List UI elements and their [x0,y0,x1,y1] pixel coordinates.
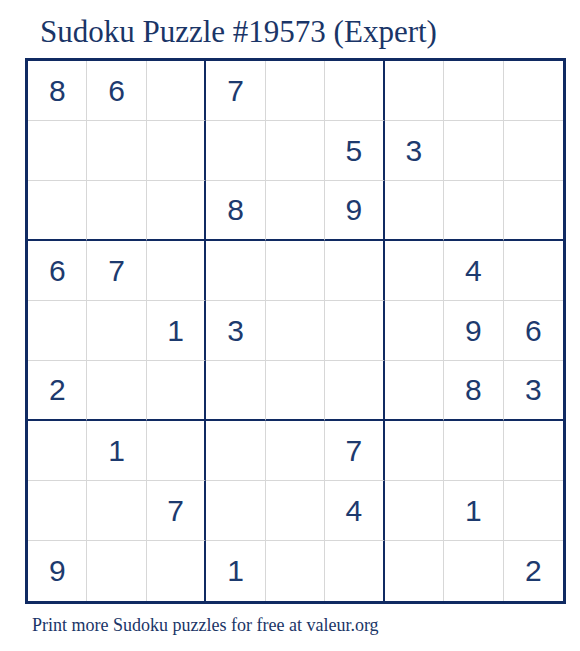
cell-r9c1: 9 [28,541,87,601]
cell-r6c7 [385,361,444,421]
cell-r3c5 [266,181,325,241]
given-digit: 1 [227,556,244,586]
cell-r1c8 [444,61,503,121]
cell-r2c7: 3 [385,121,444,181]
given-digit: 1 [167,316,184,346]
cell-r8c5 [266,481,325,541]
cell-r4c4 [206,241,265,301]
given-digit: 8 [49,76,66,106]
cell-r4c1: 6 [28,241,87,301]
cell-r5c5 [266,301,325,361]
cell-r2c4 [206,121,265,181]
cell-r3c9 [504,181,563,241]
cell-r5c2 [87,301,146,361]
cell-r2c5 [266,121,325,181]
cell-r6c6 [325,361,384,421]
given-digit: 9 [346,195,363,225]
given-digit: 2 [49,375,66,405]
cell-r2c3 [147,121,206,181]
cell-r1c4: 7 [206,61,265,121]
puzzle-title: Sudoku Puzzle #19573 (Expert) [40,14,437,50]
cell-r6c5 [266,361,325,421]
cell-r9c4: 1 [206,541,265,601]
cell-r2c6: 5 [325,121,384,181]
cell-r7c8 [444,421,503,481]
given-digit: 7 [227,76,244,106]
cell-r3c6: 9 [325,181,384,241]
cell-r8c4 [206,481,265,541]
cell-r6c1: 2 [28,361,87,421]
cell-r7c5 [266,421,325,481]
cell-r6c8: 8 [444,361,503,421]
cell-r5c3: 1 [147,301,206,361]
cell-r4c2: 7 [87,241,146,301]
cell-r7c1 [28,421,87,481]
cell-r8c3: 7 [147,481,206,541]
cell-r4c9 [504,241,563,301]
cell-r7c4 [206,421,265,481]
cell-r6c4 [206,361,265,421]
cell-r3c8 [444,181,503,241]
given-digit: 3 [525,375,542,405]
cell-r4c3 [147,241,206,301]
given-digit: 7 [167,496,184,526]
cell-r5c1 [28,301,87,361]
cell-r8c8: 1 [444,481,503,541]
given-digit: 9 [49,556,66,586]
cell-r5c9: 6 [504,301,563,361]
given-digit: 5 [346,136,363,166]
cell-r1c5 [266,61,325,121]
cell-r5c7 [385,301,444,361]
given-digit: 2 [525,556,542,586]
cell-r3c3 [147,181,206,241]
given-digit: 6 [525,316,542,346]
cell-r2c1 [28,121,87,181]
cell-r7c9 [504,421,563,481]
cell-r4c8: 4 [444,241,503,301]
cell-r2c2 [87,121,146,181]
cell-r9c5 [266,541,325,601]
cell-r1c7 [385,61,444,121]
cell-r9c8 [444,541,503,601]
cell-r1c2: 6 [87,61,146,121]
cell-r5c6 [325,301,384,361]
cell-r7c2: 1 [87,421,146,481]
cell-r3c1 [28,181,87,241]
cell-r4c5 [266,241,325,301]
sudoku-board: 8675389674139628317741912 [25,58,566,604]
given-digit: 8 [465,375,482,405]
given-digit: 4 [465,256,482,286]
given-digit: 3 [227,316,244,346]
given-digit: 4 [346,496,363,526]
given-digit: 7 [108,256,125,286]
cell-r2c8 [444,121,503,181]
cell-r8c6: 4 [325,481,384,541]
cell-r1c9 [504,61,563,121]
cell-r7c3 [147,421,206,481]
cell-r3c4: 8 [206,181,265,241]
given-digit: 7 [346,436,363,466]
cell-r7c7 [385,421,444,481]
cell-r5c4: 3 [206,301,265,361]
cell-r3c2 [87,181,146,241]
cell-r8c2 [87,481,146,541]
cell-r4c7 [385,241,444,301]
given-digit: 1 [465,496,482,526]
cell-r9c2 [87,541,146,601]
given-digit: 1 [108,436,125,466]
cell-r8c1 [28,481,87,541]
given-digit: 3 [406,136,423,166]
cell-r8c7 [385,481,444,541]
cell-r9c3 [147,541,206,601]
cell-r5c8: 9 [444,301,503,361]
cell-r9c9: 2 [504,541,563,601]
cell-r6c9: 3 [504,361,563,421]
cell-r7c6: 7 [325,421,384,481]
cell-r6c2 [87,361,146,421]
cell-r3c7 [385,181,444,241]
cell-r8c9 [504,481,563,541]
cell-r1c6 [325,61,384,121]
cell-r1c1: 8 [28,61,87,121]
footer-text: Print more Sudoku puzzles for free at va… [32,615,379,636]
cell-r9c6 [325,541,384,601]
given-digit: 6 [49,256,66,286]
given-digit: 9 [465,316,482,346]
given-digit: 6 [108,76,125,106]
cell-r2c9 [504,121,563,181]
cell-r4c6 [325,241,384,301]
cell-r6c3 [147,361,206,421]
given-digit: 8 [227,195,244,225]
cell-r9c7 [385,541,444,601]
cell-r1c3 [147,61,206,121]
